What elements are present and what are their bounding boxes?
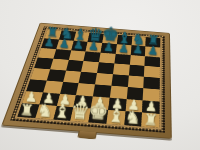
square-d1: ♛	[71, 107, 91, 122]
square-e5	[97, 62, 114, 74]
piece-white-bishop: ♝	[53, 101, 72, 121]
square-d5	[81, 61, 99, 73]
piece-black-pawn: ♟	[147, 45, 158, 57]
chess-set-photo: ♜♞♝♛♚♝♞♜♟♟♟♟♟♟♟♟♟♟♟♟♟♟♟♟♜♞♝♛♚♝♞♜	[0, 0, 200, 150]
square-b5	[50, 59, 68, 71]
piece-black-pawn: ♟	[73, 39, 84, 51]
piece-white-king: ♚	[87, 101, 109, 124]
square-a5	[34, 58, 53, 70]
square-g1: ♞	[124, 111, 142, 126]
piece-white-rook: ♜	[19, 102, 34, 118]
square-h1: ♜	[142, 113, 160, 128]
square-f7: ♟	[115, 44, 131, 55]
chess-board: ♜♞♝♛♚♝♞♜♟♟♟♟♟♟♟♟♟♟♟♟♟♟♟♟♜♞♝♛♚♝♞♜	[1, 23, 172, 139]
piece-white-knight: ♞	[125, 108, 143, 126]
square-e7: ♟	[101, 43, 117, 54]
square-g7: ♟	[130, 45, 145, 56]
square-c5	[66, 60, 84, 72]
photo-scene: ♜♞♝♛♚♝♞♜♟♟♟♟♟♟♟♟♟♟♟♟♟♟♟♟♜♞♝♛♚♝♞♜	[0, 0, 200, 150]
piece-black-pawn: ♟	[103, 41, 114, 53]
square-f6	[114, 54, 130, 65]
board-inlay-border: ♜♞♝♛♚♝♞♜♟♟♟♟♟♟♟♟♟♟♟♟♟♟♟♟♜♞♝♛♚♝♞♜	[10, 26, 165, 132]
piece-black-pawn: ♟	[43, 37, 54, 49]
square-e1: ♚	[88, 109, 108, 124]
square-h5	[144, 66, 160, 78]
piece-black-pawn: ♟	[118, 43, 129, 55]
piece-white-queen: ♛	[70, 100, 91, 122]
board-grid: ♜♞♝♛♚♝♞♜♟♟♟♟♟♟♟♟♟♟♟♟♟♟♟♟♜♞♝♛♚♝♞♜	[15, 28, 162, 130]
piece-white-knight: ♞	[36, 101, 54, 119]
piece-white-bishop: ♝	[106, 105, 125, 125]
board-wood-frame: ♜♞♝♛♚♝♞♜♟♟♟♟♟♟♟♟♟♟♟♟♟♟♟♟♜♞♝♛♚♝♞♜	[1, 23, 172, 139]
piece-white-rook: ♜	[143, 112, 158, 128]
piece-black-pawn: ♟	[58, 38, 69, 50]
box-clasp	[77, 131, 97, 140]
square-g5	[128, 65, 144, 77]
piece-black-pawn: ♟	[88, 40, 99, 52]
square-e4	[95, 73, 113, 85]
piece-black-pawn: ♟	[132, 44, 143, 56]
square-g6	[129, 55, 145, 66]
square-h7: ♟	[145, 46, 160, 57]
square-f1: ♝	[106, 110, 125, 125]
